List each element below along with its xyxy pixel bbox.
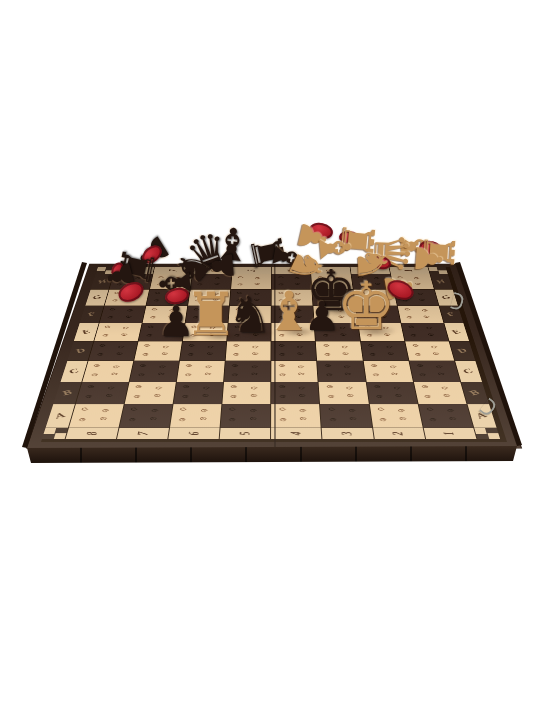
- metal-hinge-clasp: [450, 292, 465, 311]
- chess-set-product-photo[interactable]: 87654321Hɞɞɞɞɞɞɞɞɞɞɞɞɞɞɞɞɞɞɞɞɞɞɞɞɞɞɞɞɞɞɞ…: [0, 0, 540, 720]
- pieces-layer: ♜♟♝♛♞♟♝♜♝♟♟♝♜♛♝♟♟♞♜♞♟♜♞♝♟♚♚: [0, 0, 540, 720]
- white-king-d2: ♚: [336, 274, 395, 340]
- metal-hinge-clasp: [479, 397, 498, 417]
- black-pawn-d7: ♟: [157, 301, 195, 343]
